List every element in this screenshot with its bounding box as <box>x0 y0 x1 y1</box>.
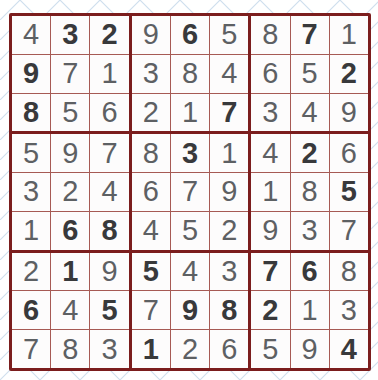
cell-r3c3[interactable]: 6 <box>90 94 128 132</box>
cell-r9c4[interactable]: 1 <box>132 330 170 368</box>
cell-r4c5[interactable]: 3 <box>171 134 209 172</box>
cell-r1c7[interactable]: 8 <box>251 16 289 54</box>
cell-r6c7[interactable]: 9 <box>251 212 289 250</box>
box-4: 597324168 <box>12 134 129 249</box>
cell-r3c7[interactable]: 3 <box>251 94 289 132</box>
cell-r4c9[interactable]: 6 <box>330 134 368 172</box>
cell-r6c6[interactable]: 2 <box>210 212 248 250</box>
cell-r2c1[interactable]: 9 <box>12 55 50 93</box>
cell-r5c7[interactable]: 1 <box>251 173 289 211</box>
box-7: 219645783 <box>12 253 129 368</box>
cell-r4c4[interactable]: 8 <box>132 134 170 172</box>
cell-r6c3[interactable]: 8 <box>90 212 128 250</box>
cell-r7c9[interactable]: 8 <box>330 253 368 291</box>
cell-r9c7[interactable]: 5 <box>251 330 289 368</box>
cell-r3c2[interactable]: 5 <box>51 94 89 132</box>
cell-r3c6[interactable]: 7 <box>210 94 248 132</box>
cell-r8c8[interactable]: 1 <box>291 291 329 329</box>
cell-r4c2[interactable]: 9 <box>51 134 89 172</box>
cell-r1c9[interactable]: 1 <box>330 16 368 54</box>
cell-r9c1[interactable]: 7 <box>12 330 50 368</box>
cell-r8c3[interactable]: 5 <box>90 291 128 329</box>
cell-r4c3[interactable]: 7 <box>90 134 128 172</box>
cell-r4c8[interactable]: 2 <box>291 134 329 172</box>
cell-r3c1[interactable]: 8 <box>12 94 50 132</box>
cell-r6c9[interactable]: 7 <box>330 212 368 250</box>
box-1: 432971856 <box>12 16 129 131</box>
cell-r4c6[interactable]: 1 <box>210 134 248 172</box>
cell-r8c7[interactable]: 2 <box>251 291 289 329</box>
sudoku-board: 432971856 965384217 871652349 597324168 … <box>9 13 371 371</box>
cell-r7c7[interactable]: 7 <box>251 253 289 291</box>
cell-r8c4[interactable]: 7 <box>132 291 170 329</box>
cell-r9c9[interactable]: 4 <box>330 330 368 368</box>
cell-r4c7[interactable]: 4 <box>251 134 289 172</box>
cell-r5c8[interactable]: 8 <box>291 173 329 211</box>
cell-r2c3[interactable]: 1 <box>90 55 128 93</box>
cell-r2c7[interactable]: 6 <box>251 55 289 93</box>
cell-r2c6[interactable]: 4 <box>210 55 248 93</box>
cell-r9c2[interactable]: 8 <box>51 330 89 368</box>
cell-r6c5[interactable]: 5 <box>171 212 209 250</box>
cell-r7c5[interactable]: 4 <box>171 253 209 291</box>
cell-r7c6[interactable]: 3 <box>210 253 248 291</box>
cell-r1c5[interactable]: 6 <box>171 16 209 54</box>
cell-r2c4[interactable]: 3 <box>132 55 170 93</box>
cell-r8c2[interactable]: 4 <box>51 291 89 329</box>
cell-r4c1[interactable]: 5 <box>12 134 50 172</box>
box-9: 768213594 <box>251 253 368 368</box>
cell-r5c4[interactable]: 6 <box>132 173 170 211</box>
cell-r1c6[interactable]: 5 <box>210 16 248 54</box>
cell-r2c2[interactable]: 7 <box>51 55 89 93</box>
cell-r5c6[interactable]: 9 <box>210 173 248 211</box>
cell-r1c3[interactable]: 2 <box>90 16 128 54</box>
cell-r7c4[interactable]: 5 <box>132 253 170 291</box>
box-5: 831679452 <box>132 134 249 249</box>
cell-r3c4[interactable]: 2 <box>132 94 170 132</box>
cell-r1c8[interactable]: 7 <box>291 16 329 54</box>
cell-r8c5[interactable]: 9 <box>171 291 209 329</box>
cell-r7c3[interactable]: 9 <box>90 253 128 291</box>
cell-r7c2[interactable]: 1 <box>51 253 89 291</box>
cell-r6c1[interactable]: 1 <box>12 212 50 250</box>
box-3: 871652349 <box>251 16 368 131</box>
cell-r2c5[interactable]: 8 <box>171 55 209 93</box>
cell-r3c9[interactable]: 9 <box>330 94 368 132</box>
cell-r9c6[interactable]: 6 <box>210 330 248 368</box>
cell-r7c8[interactable]: 6 <box>291 253 329 291</box>
cell-r6c2[interactable]: 6 <box>51 212 89 250</box>
cell-r5c1[interactable]: 3 <box>12 173 50 211</box>
cell-r2c8[interactable]: 5 <box>291 55 329 93</box>
cell-r5c3[interactable]: 4 <box>90 173 128 211</box>
cell-r2c9[interactable]: 2 <box>330 55 368 93</box>
cell-r5c2[interactable]: 2 <box>51 173 89 211</box>
cell-r3c5[interactable]: 1 <box>171 94 209 132</box>
cell-r9c5[interactable]: 2 <box>171 330 209 368</box>
cell-r7c1[interactable]: 2 <box>12 253 50 291</box>
cell-r1c4[interactable]: 9 <box>132 16 170 54</box>
cell-r1c2[interactable]: 3 <box>51 16 89 54</box>
cell-r5c9[interactable]: 5 <box>330 173 368 211</box>
box-2: 965384217 <box>132 16 249 131</box>
cell-r3c8[interactable]: 4 <box>291 94 329 132</box>
cell-r6c4[interactable]: 4 <box>132 212 170 250</box>
box-6: 426185937 <box>251 134 368 249</box>
cell-r6c8[interactable]: 3 <box>291 212 329 250</box>
cell-r8c1[interactable]: 6 <box>12 291 50 329</box>
cell-r9c3[interactable]: 3 <box>90 330 128 368</box>
cell-r5c5[interactable]: 7 <box>171 173 209 211</box>
cell-r8c6[interactable]: 8 <box>210 291 248 329</box>
box-8: 543798126 <box>132 253 249 368</box>
cell-r8c9[interactable]: 3 <box>330 291 368 329</box>
cell-r1c1[interactable]: 4 <box>12 16 50 54</box>
cell-r9c8[interactable]: 9 <box>291 330 329 368</box>
